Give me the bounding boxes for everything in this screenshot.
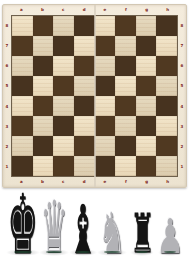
square-c1 — [53, 156, 74, 176]
coord-label: 8 — [179, 15, 185, 35]
black-bishop-piece: ♝ — [72, 202, 94, 253]
square-e3 — [95, 116, 116, 136]
square-a5 — [12, 76, 33, 96]
file-labels-top: abcdefgh — [11, 7, 178, 13]
square-f1 — [115, 156, 136, 176]
square-g6 — [136, 56, 157, 76]
coord-label: 2 — [179, 137, 185, 157]
square-b3 — [33, 116, 54, 136]
coord-label: 2 — [4, 137, 10, 157]
square-h7 — [156, 36, 177, 56]
square-e7 — [95, 36, 116, 56]
coord-label: d — [74, 7, 95, 13]
square-a3 — [12, 116, 33, 136]
coord-label: f — [115, 7, 136, 13]
square-f8 — [115, 16, 136, 36]
square-a2 — [12, 136, 33, 156]
square-d8 — [74, 16, 95, 36]
coord-label: 6 — [179, 56, 185, 76]
coord-label: e — [95, 7, 116, 13]
square-f3 — [115, 116, 136, 136]
coord-label: 3 — [179, 116, 185, 136]
square-a8 — [12, 16, 33, 36]
square-b2 — [33, 136, 54, 156]
chess-board: abcdefgh abcdefgh 87654321 87654321 — [2, 4, 187, 188]
square-b8 — [33, 16, 54, 36]
square-d2 — [74, 136, 95, 156]
knight-icon: ♞ — [99, 205, 126, 262]
square-f5 — [115, 76, 136, 96]
square-e2 — [95, 136, 116, 156]
square-b4 — [33, 96, 54, 116]
silver-queen-piece: ♛ — [42, 199, 66, 253]
coord-label: c — [53, 7, 74, 13]
square-c2 — [53, 136, 74, 156]
silver-knight-piece: ♞ — [100, 210, 124, 253]
silver-pawn-piece: ♟ — [160, 217, 180, 253]
black-king-piece: ♚ — [9, 191, 37, 253]
square-a1 — [12, 156, 33, 176]
coord-label: 7 — [179, 35, 185, 55]
square-f2 — [115, 136, 136, 156]
king-icon: ♚ — [7, 183, 38, 265]
coord-label: 4 — [179, 96, 185, 116]
square-c6 — [53, 56, 74, 76]
square-a7 — [12, 36, 33, 56]
rook-icon: ♜ — [130, 207, 155, 262]
square-b7 — [33, 36, 54, 56]
coord-label: 5 — [179, 76, 185, 96]
square-a4 — [12, 96, 33, 116]
square-c4 — [53, 96, 74, 116]
coord-label: g — [136, 7, 157, 13]
square-e6 — [95, 56, 116, 76]
coord-label: 3 — [4, 116, 10, 136]
square-d6 — [74, 56, 95, 76]
square-e5 — [95, 76, 116, 96]
coord-label: h — [157, 179, 178, 185]
coord-label: 1 — [4, 157, 10, 177]
square-h6 — [156, 56, 177, 76]
square-g4 — [136, 96, 157, 116]
square-d1 — [74, 156, 95, 176]
square-h1 — [156, 156, 177, 176]
square-d7 — [74, 36, 95, 56]
square-h3 — [156, 116, 177, 136]
bishop-icon: ♝ — [68, 196, 98, 264]
board-squares — [11, 15, 178, 177]
square-f4 — [115, 96, 136, 116]
coord-label: 5 — [4, 76, 10, 96]
coord-label: e — [95, 179, 116, 185]
coord-label: 8 — [4, 15, 10, 35]
coord-label: a — [11, 7, 32, 13]
square-h4 — [156, 96, 177, 116]
coord-label: 7 — [4, 35, 10, 55]
coord-label: c — [53, 179, 74, 185]
coord-label: h — [157, 7, 178, 13]
square-a6 — [12, 56, 33, 76]
queen-icon: ♛ — [40, 192, 67, 264]
rank-labels-right: 87654321 — [179, 15, 185, 177]
square-g3 — [136, 116, 157, 136]
coord-label: 6 — [4, 56, 10, 76]
square-c5 — [53, 76, 74, 96]
square-g7 — [136, 36, 157, 56]
coord-label: 1 — [179, 157, 185, 177]
square-e1 — [95, 156, 116, 176]
square-b6 — [33, 56, 54, 76]
square-g1 — [136, 156, 157, 176]
square-h2 — [156, 136, 177, 156]
coord-label: 4 — [4, 96, 10, 116]
coord-label: d — [74, 179, 95, 185]
black-rook-piece: ♜ — [132, 212, 152, 253]
square-f6 — [115, 56, 136, 76]
square-d5 — [74, 76, 95, 96]
square-d3 — [74, 116, 95, 136]
square-b5 — [33, 76, 54, 96]
square-e4 — [95, 96, 116, 116]
coord-label: g — [136, 179, 157, 185]
square-c8 — [53, 16, 74, 36]
square-d4 — [74, 96, 95, 116]
product-photo: abcdefgh abcdefgh 87654321 87654321 ♚ ♛ … — [0, 0, 189, 267]
square-b1 — [33, 156, 54, 176]
coord-label: f — [115, 179, 136, 185]
square-g5 — [136, 76, 157, 96]
square-c3 — [53, 116, 74, 136]
square-h5 — [156, 76, 177, 96]
coord-label: b — [32, 7, 53, 13]
pawn-icon: ♟ — [156, 212, 184, 260]
square-h8 — [156, 16, 177, 36]
square-g8 — [136, 16, 157, 36]
square-e8 — [95, 16, 116, 36]
square-f7 — [115, 36, 136, 56]
square-g2 — [136, 136, 157, 156]
rank-labels-left: 87654321 — [4, 15, 10, 177]
square-c7 — [53, 36, 74, 56]
